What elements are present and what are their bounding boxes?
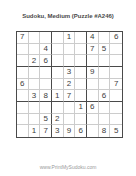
sudoku-cell-r2c6 (75, 44, 87, 56)
sudoku-cell-r4c4 (52, 67, 64, 79)
sudoku-cell-r8c4: 2 (52, 114, 64, 126)
footer-url: www.PrintMySudoku.com (0, 164, 136, 170)
sudoku-cell-r1c7: 4 (87, 32, 99, 44)
sudoku-cell-r4c9 (110, 67, 122, 79)
sudoku-cell-r2c9 (110, 44, 122, 56)
sudoku-cell-r7c2 (29, 102, 41, 114)
sudoku-cell-r1c8 (99, 32, 111, 44)
sudoku-cell-r8c8 (99, 114, 111, 126)
sudoku-cell-r6c4: 1 (52, 90, 64, 102)
sudoku-cell-r8c6 (75, 114, 87, 126)
sudoku-cell-r3c2: 2 (29, 55, 41, 67)
sudoku-cell-r9c1 (17, 125, 29, 137)
sudoku-cell-r3c1 (17, 55, 29, 67)
sudoku-cell-r6c3: 8 (40, 90, 52, 102)
sudoku-cell-r5c2 (29, 79, 41, 91)
sudoku-cell-r4c1 (17, 67, 29, 79)
sudoku-cell-r2c3: 4 (40, 44, 52, 56)
sudoku-cell-r3c9 (110, 55, 122, 67)
sudoku-cell-r5c3 (40, 79, 52, 91)
sudoku-page: Sudoku, Medium (Puzzle #A246) 7146475263… (0, 0, 136, 176)
sudoku-cell-r5c6 (75, 79, 87, 91)
sudoku-cell-r4c8 (99, 67, 111, 79)
sudoku-cell-r9c6: 6 (75, 125, 87, 137)
sudoku-cell-r3c5 (64, 55, 76, 67)
sudoku-cell-r7c4 (52, 102, 64, 114)
sudoku-cell-r6c6 (75, 90, 87, 102)
sudoku-cell-r1c4 (52, 32, 64, 44)
sudoku-cell-r1c2 (29, 32, 41, 44)
sudoku-cell-r9c4: 3 (52, 125, 64, 137)
sudoku-cell-r2c2 (29, 44, 41, 56)
sudoku-cell-r2c4 (52, 44, 64, 56)
sudoku-cell-r2c1 (17, 44, 29, 56)
sudoku-cell-r5c4 (52, 79, 64, 91)
sudoku-cell-r6c8: 6 (99, 90, 111, 102)
sudoku-cell-r6c2: 3 (29, 90, 41, 102)
sudoku-cell-r3c7 (87, 55, 99, 67)
sudoku-cell-r8c3: 5 (40, 114, 52, 126)
sudoku-cell-r2c8: 5 (99, 44, 111, 56)
sudoku-cell-r9c2: 1 (29, 125, 41, 137)
sudoku-cell-r3c8 (99, 55, 111, 67)
sudoku-cell-r5c5: 2 (64, 79, 76, 91)
sudoku-cell-r9c3: 7 (40, 125, 52, 137)
sudoku-cell-r9c5: 9 (64, 125, 76, 137)
sudoku-cell-r6c5: 7 (64, 90, 76, 102)
sudoku-cell-r3c6 (75, 55, 87, 67)
sudoku-cell-r1c3 (40, 32, 52, 44)
sudoku-cell-r5c7 (87, 79, 99, 91)
sudoku-cell-r8c5 (64, 114, 76, 126)
sudoku-cell-r6c1 (17, 90, 29, 102)
sudoku-cell-r5c8 (99, 79, 111, 91)
sudoku-cell-r4c3 (40, 67, 52, 79)
sudoku-cell-r1c5: 1 (64, 32, 76, 44)
sudoku-cell-r5c1: 6 (17, 79, 29, 91)
sudoku-cell-r2c7: 7 (87, 44, 99, 56)
sudoku-cell-r9c9: 5 (110, 125, 122, 137)
sudoku-cell-r8c7 (87, 114, 99, 126)
sudoku-cell-r2c5 (64, 44, 76, 56)
sudoku-cell-r1c9: 6 (110, 32, 122, 44)
sudoku-cell-r6c7 (87, 90, 99, 102)
sudoku-cell-r7c7: 6 (87, 102, 99, 114)
sudoku-cell-r1c6 (75, 32, 87, 44)
sudoku-cell-r7c3 (40, 102, 52, 114)
sudoku-cell-r4c6 (75, 67, 87, 79)
sudoku-cell-r4c5: 3 (64, 67, 76, 79)
sudoku-board: 714647526396273817616521739685 (16, 31, 123, 138)
sudoku-cell-r4c2 (29, 67, 41, 79)
sudoku-cell-r3c3: 6 (40, 55, 52, 67)
puzzle-title: Sudoku, Medium (Puzzle #A246) (0, 13, 136, 19)
sudoku-cell-r3c4 (52, 55, 64, 67)
sudoku-cell-r4c7: 9 (87, 67, 99, 79)
sudoku-cell-r6c9 (110, 90, 122, 102)
sudoku-cell-r9c7 (87, 125, 99, 137)
sudoku-cell-r9c8: 8 (99, 125, 111, 137)
sudoku-cell-r8c1 (17, 114, 29, 126)
sudoku-cell-r8c2 (29, 114, 41, 126)
sudoku-cell-r5c9: 7 (110, 79, 122, 91)
sudoku-cell-r7c8 (99, 102, 111, 114)
sudoku-cell-r1c1: 7 (17, 32, 29, 44)
sudoku-cell-r7c5 (64, 102, 76, 114)
sudoku-cell-r8c9 (110, 114, 122, 126)
sudoku-cell-r7c6: 1 (75, 102, 87, 114)
sudoku-cell-r7c1 (17, 102, 29, 114)
sudoku-cell-r7c9 (110, 102, 122, 114)
